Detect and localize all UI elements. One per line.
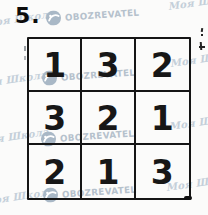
obozrevatel-logo-icon xyxy=(45,10,61,26)
grid-cell: 1 xyxy=(82,145,135,198)
grid-cell: 3 xyxy=(136,145,189,198)
ink-speck xyxy=(24,56,26,60)
ink-speck xyxy=(199,46,205,48)
grid-cell: 3 xyxy=(29,92,82,145)
puzzle-grid: 1 3 2 3 2 1 2 1 3 xyxy=(27,37,191,200)
grid-cell: 3 xyxy=(82,39,135,92)
ink-speck xyxy=(24,46,26,51)
grid-cell: 2 xyxy=(82,92,135,145)
grid-cell: 2 xyxy=(29,145,82,198)
watermark-brand-text: OBOZREVATEL xyxy=(65,7,140,22)
watermark-brand: OBOZREVATEL xyxy=(45,4,142,26)
grid-cell: 1 xyxy=(29,39,82,92)
ink-speck xyxy=(184,196,192,200)
ink-speck xyxy=(201,34,203,36)
watermark-script-text: Моя Школа xyxy=(167,0,208,12)
grid-cell: 1 xyxy=(136,92,189,145)
exercise-number-label: 5. xyxy=(15,3,41,28)
grid-cell: 2 xyxy=(136,39,189,92)
